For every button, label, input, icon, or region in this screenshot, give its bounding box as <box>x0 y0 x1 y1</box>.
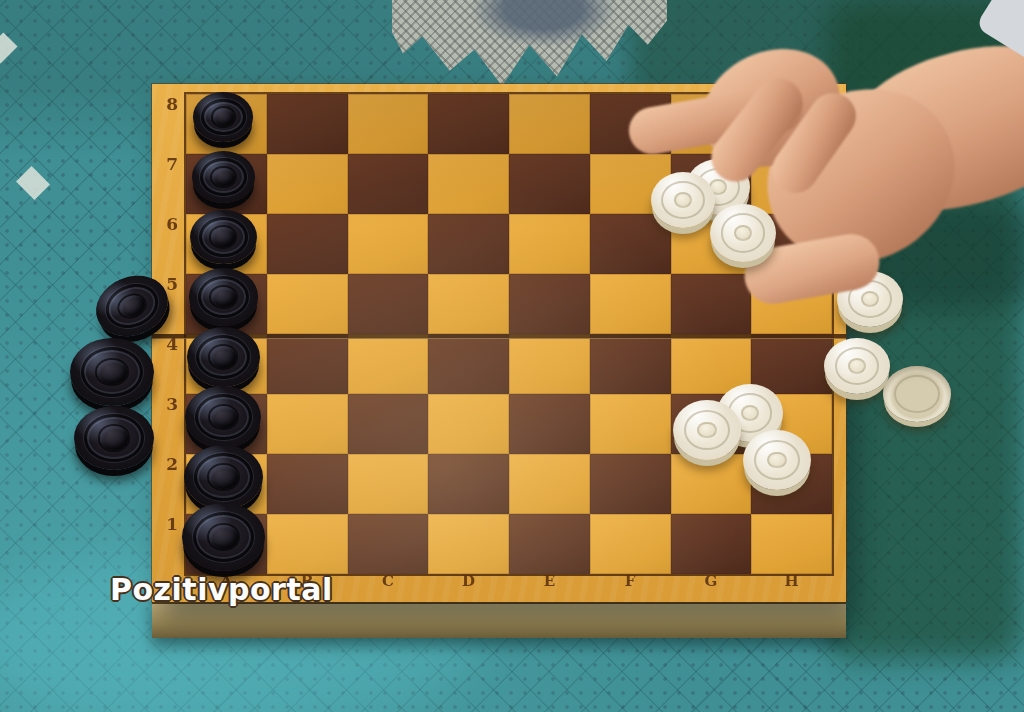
black-piece-a3[interactable] <box>185 386 261 448</box>
square-f4[interactable] <box>590 334 671 394</box>
square-e7[interactable] <box>509 154 590 214</box>
square-a8[interactable] <box>186 94 267 154</box>
square-g5[interactable] <box>671 274 752 334</box>
rank-label-4: 4 <box>152 334 186 394</box>
white-piece-h6[interactable] <box>710 204 776 262</box>
square-b4[interactable] <box>267 334 348 394</box>
square-a4[interactable] <box>186 334 267 394</box>
rank-label-3: 3 <box>152 394 186 454</box>
board-side-edge <box>152 602 846 638</box>
square-c3[interactable] <box>348 394 429 454</box>
square-f6[interactable] <box>590 214 671 274</box>
square-f1[interactable] <box>590 514 671 574</box>
square-h4[interactable] <box>751 334 832 394</box>
rank-label-8: 8 <box>152 94 186 154</box>
square-a7[interactable] <box>186 154 267 214</box>
rank-label-6: 6 <box>152 214 186 274</box>
square-d6[interactable] <box>428 214 509 274</box>
file-label-d: D <box>428 572 509 602</box>
square-c7[interactable] <box>348 154 429 214</box>
black-piece-a4[interactable] <box>187 327 260 387</box>
white-piece-offboard-2[interactable] <box>824 338 890 394</box>
file-label-f: F <box>590 572 671 602</box>
square-e1[interactable] <box>509 514 590 574</box>
file-label-c: C <box>348 572 429 602</box>
square-d3[interactable] <box>428 394 509 454</box>
square-c1[interactable] <box>348 514 429 574</box>
square-e6[interactable] <box>509 214 590 274</box>
square-d1[interactable] <box>428 514 509 574</box>
file-label-e: E <box>509 572 590 602</box>
rank-labels: 87654321 <box>152 94 186 574</box>
square-b7[interactable] <box>267 154 348 214</box>
square-c4[interactable] <box>348 334 429 394</box>
square-d5[interactable] <box>428 274 509 334</box>
rank-label-7: 7 <box>152 154 186 214</box>
black-piece-a7[interactable] <box>192 151 255 203</box>
black-piece-a5[interactable] <box>189 268 259 325</box>
black-piece-a8[interactable] <box>193 92 253 141</box>
square-h1[interactable] <box>751 514 832 574</box>
square-f5[interactable] <box>590 274 671 334</box>
square-d7[interactable] <box>428 154 509 214</box>
square-c5[interactable] <box>348 274 429 334</box>
square-a5[interactable] <box>186 274 267 334</box>
black-piece-offboard-2[interactable] <box>70 338 154 406</box>
file-label-h: H <box>751 572 832 602</box>
square-e8[interactable] <box>509 94 590 154</box>
black-piece-a1[interactable] <box>182 503 264 571</box>
square-b3[interactable] <box>267 394 348 454</box>
square-c2[interactable] <box>348 454 429 514</box>
white-piece-h3[interactable] <box>743 430 811 490</box>
square-e5[interactable] <box>509 274 590 334</box>
square-e3[interactable] <box>509 394 590 454</box>
square-g1[interactable] <box>671 514 752 574</box>
square-d4[interactable] <box>428 334 509 394</box>
white-piece-offboard-3[interactable] <box>883 366 951 422</box>
square-b5[interactable] <box>267 274 348 334</box>
rank-label-2: 2 <box>152 454 186 514</box>
square-f2[interactable] <box>590 454 671 514</box>
square-c8[interactable] <box>348 94 429 154</box>
square-b1[interactable] <box>267 514 348 574</box>
black-piece-a6[interactable] <box>190 210 256 264</box>
board-fold-seam <box>152 334 846 339</box>
square-b8[interactable] <box>267 94 348 154</box>
square-e2[interactable] <box>509 454 590 514</box>
square-b2[interactable] <box>267 454 348 514</box>
photo-scene: 87654321 ABCDEFGH Pozitivportal <box>0 0 1024 712</box>
square-a1[interactable] <box>186 514 267 574</box>
file-label-g: G <box>671 572 752 602</box>
square-g2[interactable] <box>671 454 752 514</box>
square-f3[interactable] <box>590 394 671 454</box>
square-d2[interactable] <box>428 454 509 514</box>
white-piece-g3[interactable] <box>673 400 741 460</box>
white-piece-g7[interactable] <box>651 172 715 228</box>
black-piece-a2[interactable] <box>184 445 263 510</box>
black-piece-offboard-3[interactable] <box>74 406 154 470</box>
square-c6[interactable] <box>348 214 429 274</box>
rank-label-1: 1 <box>152 514 186 574</box>
square-d8[interactable] <box>428 94 509 154</box>
square-b6[interactable] <box>267 214 348 274</box>
square-a6[interactable] <box>186 214 267 274</box>
watermark-text: Pozitivportal <box>110 572 333 607</box>
square-e4[interactable] <box>509 334 590 394</box>
